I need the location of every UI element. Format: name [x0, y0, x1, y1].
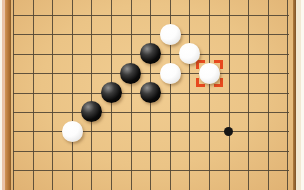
black-stone-glyph: ● — [100, 82, 122, 103]
goban-intersections[interactable]: ●●●●●●●●●● — [4, 5, 298, 190]
board-right-outer-edge — [301, 0, 304, 190]
white-stone: ● — [199, 63, 220, 84]
black-stone-glyph: ● — [140, 82, 162, 103]
white-stone: ● — [160, 24, 181, 45]
black-stone: ● — [140, 43, 161, 64]
star-point — [224, 127, 233, 136]
white-stone-glyph: ● — [61, 121, 83, 142]
black-stone-glyph: ● — [140, 43, 162, 64]
black-stone: ● — [81, 101, 102, 122]
black-stone: ● — [101, 82, 122, 103]
gomoku-board-screenshot: ●●●●●●●●●● — [0, 0, 304, 190]
white-stone-glyph: ● — [198, 63, 220, 84]
black-stone-glyph: ● — [81, 101, 103, 122]
black-stone: ● — [140, 82, 161, 103]
black-stone: ● — [120, 63, 141, 84]
white-stone-glyph: ● — [159, 24, 181, 45]
black-stone-glyph: ● — [120, 63, 142, 84]
white-stone: ● — [62, 121, 83, 142]
white-stone-glyph: ● — [159, 63, 181, 84]
white-stone: ● — [160, 63, 181, 84]
